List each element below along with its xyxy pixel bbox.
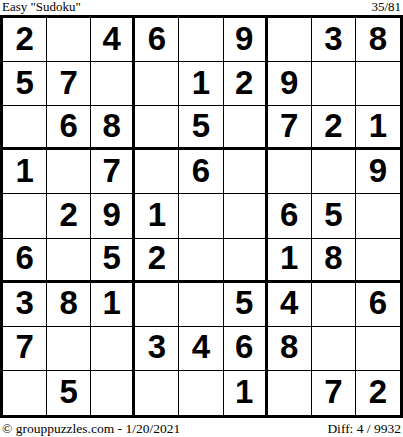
cell-r7c6: 5 bbox=[224, 283, 268, 327]
cell-r6c1: 6 bbox=[3, 239, 47, 283]
cell-r2c6: 2 bbox=[224, 62, 268, 106]
cell-r6c5 bbox=[179, 239, 223, 283]
cell-r4c9: 9 bbox=[356, 150, 400, 194]
cell-r1c7 bbox=[268, 18, 312, 62]
cell-r1c5 bbox=[179, 18, 223, 62]
copyright-text: © grouppuzzles.com - 1/20/2021 bbox=[2, 422, 180, 436]
cell-r5c1 bbox=[3, 194, 47, 238]
cell-r2c3 bbox=[91, 62, 135, 106]
cell-r9c2: 5 bbox=[47, 371, 91, 415]
cell-r1c3: 4 bbox=[91, 18, 135, 62]
page-footer: © grouppuzzles.com - 1/20/2021 Diff: 4 /… bbox=[0, 418, 403, 437]
cell-r7c7: 4 bbox=[268, 283, 312, 327]
cell-r7c3: 1 bbox=[91, 283, 135, 327]
cell-r1c9: 8 bbox=[356, 18, 400, 62]
cell-r9c6: 1 bbox=[224, 371, 268, 415]
cell-r5c8: 5 bbox=[312, 194, 356, 238]
cell-r3c2: 6 bbox=[47, 106, 91, 150]
cell-r5c4: 1 bbox=[135, 194, 179, 238]
sudoku-board: 2469385712968572117692916565218381546734… bbox=[0, 15, 403, 418]
cell-r5c9 bbox=[356, 194, 400, 238]
cell-r9c5 bbox=[179, 371, 223, 415]
cell-r4c2 bbox=[47, 150, 91, 194]
cell-r7c9: 6 bbox=[356, 283, 400, 327]
cell-r8c7: 8 bbox=[268, 327, 312, 371]
puzzle-title: Easy "Sudoku" bbox=[2, 0, 81, 13]
cell-r4c1: 1 bbox=[3, 150, 47, 194]
cell-r3c6 bbox=[224, 106, 268, 150]
cell-r9c3 bbox=[91, 371, 135, 415]
cell-r4c4 bbox=[135, 150, 179, 194]
cell-r6c6 bbox=[224, 239, 268, 283]
cell-r3c5: 5 bbox=[179, 106, 223, 150]
cell-r9c9: 2 bbox=[356, 371, 400, 415]
cell-r9c1 bbox=[3, 371, 47, 415]
difficulty-text: Diff: 4 / 9932 bbox=[327, 422, 401, 436]
cell-r7c8 bbox=[312, 283, 356, 327]
cell-r3c4 bbox=[135, 106, 179, 150]
cell-r8c5: 4 bbox=[179, 327, 223, 371]
cell-r5c2: 2 bbox=[47, 194, 91, 238]
cell-r3c9: 1 bbox=[356, 106, 400, 150]
cell-r2c1: 5 bbox=[3, 62, 47, 106]
cell-r9c4 bbox=[135, 371, 179, 415]
cell-r8c1: 7 bbox=[3, 327, 47, 371]
cell-r8c6: 6 bbox=[224, 327, 268, 371]
cell-r1c8: 3 bbox=[312, 18, 356, 62]
cell-r6c8: 8 bbox=[312, 239, 356, 283]
cell-r5c7: 6 bbox=[268, 194, 312, 238]
cell-r5c3: 9 bbox=[91, 194, 135, 238]
cell-r2c2: 7 bbox=[47, 62, 91, 106]
cell-r4c8 bbox=[312, 150, 356, 194]
cell-r7c1: 3 bbox=[3, 283, 47, 327]
cell-r8c9 bbox=[356, 327, 400, 371]
cell-r3c7: 7 bbox=[268, 106, 312, 150]
cell-r2c8 bbox=[312, 62, 356, 106]
cell-r5c6 bbox=[224, 194, 268, 238]
cell-r6c4: 2 bbox=[135, 239, 179, 283]
cell-r4c5: 6 bbox=[179, 150, 223, 194]
cell-r7c5 bbox=[179, 283, 223, 327]
cell-r3c1 bbox=[3, 106, 47, 150]
cell-r8c2 bbox=[47, 327, 91, 371]
cell-r9c7 bbox=[268, 371, 312, 415]
cell-r2c9 bbox=[356, 62, 400, 106]
cell-r8c4: 3 bbox=[135, 327, 179, 371]
cell-r6c3: 5 bbox=[91, 239, 135, 283]
cell-r9c8: 7 bbox=[312, 371, 356, 415]
cell-r2c4 bbox=[135, 62, 179, 106]
cell-r4c6 bbox=[224, 150, 268, 194]
cell-r3c8: 2 bbox=[312, 106, 356, 150]
cell-r8c8 bbox=[312, 327, 356, 371]
cell-r1c6: 9 bbox=[224, 18, 268, 62]
cell-r4c7 bbox=[268, 150, 312, 194]
cell-r6c2 bbox=[47, 239, 91, 283]
cell-r1c1: 2 bbox=[3, 18, 47, 62]
cell-r5c5 bbox=[179, 194, 223, 238]
blank-count: 35/81 bbox=[371, 0, 401, 13]
cell-r1c4: 6 bbox=[135, 18, 179, 62]
cell-r3c3: 8 bbox=[91, 106, 135, 150]
cell-r7c4 bbox=[135, 283, 179, 327]
cell-r6c9 bbox=[356, 239, 400, 283]
cell-r7c2: 8 bbox=[47, 283, 91, 327]
cell-r8c3 bbox=[91, 327, 135, 371]
cell-r6c7: 1 bbox=[268, 239, 312, 283]
cell-r4c3: 7 bbox=[91, 150, 135, 194]
cell-r1c2 bbox=[47, 18, 91, 62]
page-header: Easy "Sudoku" 35/81 bbox=[0, 0, 403, 15]
cell-r2c7: 9 bbox=[268, 62, 312, 106]
sudoku-page: Easy "Sudoku" 35/81 24693857129685721176… bbox=[0, 0, 403, 437]
cell-r2c5: 1 bbox=[179, 62, 223, 106]
